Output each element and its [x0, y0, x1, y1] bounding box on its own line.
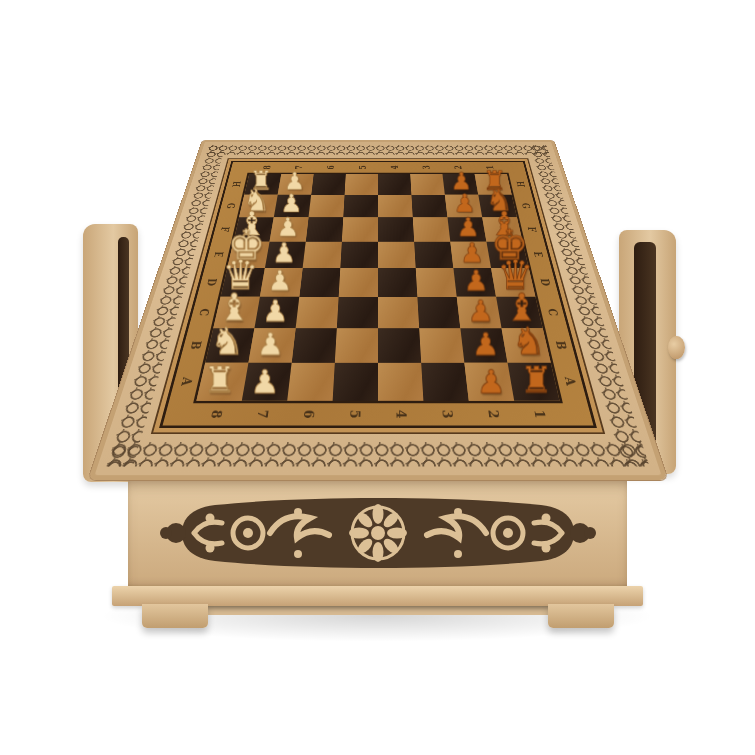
square-d2[interactable]: ♟: [453, 268, 496, 297]
square-c3[interactable]: [417, 297, 460, 328]
square-d3[interactable]: [416, 268, 457, 297]
square-a8[interactable]: ♜: [196, 363, 248, 401]
square-a4[interactable]: [378, 363, 423, 401]
chess-board: 87654321 87654321 ABCDEFGH ABCDEFGH ♜♟♟♜…: [159, 161, 597, 428]
square-e4[interactable]: [378, 242, 416, 268]
piece-black-pawn[interactable]: ♟: [267, 267, 292, 295]
square-d6[interactable]: [299, 268, 340, 297]
square-a7[interactable]: ♟: [242, 363, 292, 401]
piece-black-rook[interactable]: ♜: [203, 362, 235, 398]
square-b2[interactable]: ♟: [460, 328, 507, 362]
box-lid-top: 87654321 87654321 ABCDEFGH ABCDEFGH ♜♟♟♜…: [88, 140, 668, 480]
box-front-panel: [128, 478, 627, 588]
piece-white-pawn[interactable]: ♟: [467, 297, 494, 327]
square-c6[interactable]: [296, 297, 339, 328]
square-a2[interactable]: ♟: [464, 363, 514, 401]
square-g6[interactable]: [309, 195, 345, 218]
base-molding: [112, 586, 643, 606]
square-g5[interactable]: [343, 195, 378, 218]
piece-black-pawn[interactable]: ♟: [250, 366, 279, 399]
square-b3[interactable]: [419, 328, 464, 362]
scale-carving-border-front: [106, 442, 649, 467]
piece-white-pawn[interactable]: ♟: [463, 267, 488, 295]
square-h4[interactable]: [378, 174, 411, 195]
square-b1[interactable]: ♞: [502, 328, 551, 362]
square-d4[interactable]: [378, 268, 417, 297]
square-f5[interactable]: [342, 217, 378, 241]
square-h3[interactable]: [410, 174, 445, 195]
square-h6[interactable]: [311, 174, 346, 195]
square-e6[interactable]: [303, 242, 342, 268]
piece-black-pawn[interactable]: ♟: [256, 330, 284, 361]
square-c2[interactable]: ♟: [457, 297, 502, 328]
square-a6[interactable]: [287, 363, 335, 401]
square-h5[interactable]: [345, 174, 378, 195]
square-d7[interactable]: ♟: [260, 268, 303, 297]
square-a5[interactable]: [333, 363, 378, 401]
chess-board-grid: ♜♟♟♜♞♟♟♞♝♟♟♝♚♟♟♚♛♟♟♛♝♟♟♝♞♟♟♞♜♟♟♜: [193, 173, 563, 403]
carved-floral-panel: [152, 494, 604, 572]
piece-white-pawn[interactable]: ♟: [477, 366, 506, 399]
piece-black-pawn[interactable]: ♟: [272, 239, 296, 266]
square-f3[interactable]: [413, 217, 451, 241]
piece-white-rook[interactable]: ♜: [520, 362, 552, 398]
square-g4[interactable]: [378, 195, 413, 218]
square-b5[interactable]: [335, 328, 378, 362]
square-a3[interactable]: [421, 363, 469, 401]
square-b7[interactable]: ♟: [248, 328, 295, 362]
rank-labels-front: 87654321: [191, 404, 565, 425]
scale-carving-border-top: [206, 145, 549, 155]
square-b4[interactable]: [378, 328, 421, 362]
piece-black-knight[interactable]: ♞: [210, 323, 244, 361]
square-f6[interactable]: [306, 217, 344, 241]
square-a1[interactable]: ♜: [508, 363, 560, 401]
left-foot: [142, 604, 208, 628]
piece-white-pawn[interactable]: ♟: [460, 239, 484, 266]
piece-white-knight[interactable]: ♞: [512, 323, 546, 361]
square-c7[interactable]: ♟: [254, 297, 299, 328]
square-e5[interactable]: [340, 242, 378, 268]
drawer-knob[interactable]: [668, 336, 685, 359]
square-e3[interactable]: [414, 242, 453, 268]
right-foot: [548, 604, 614, 628]
square-d5[interactable]: [339, 268, 378, 297]
piece-black-pawn[interactable]: ♟: [262, 297, 289, 327]
square-c4[interactable]: [378, 297, 419, 328]
square-f4[interactable]: [378, 217, 414, 241]
square-b8[interactable]: ♞: [205, 328, 254, 362]
square-b6[interactable]: [292, 328, 337, 362]
product-photo-stage: 87654321 87654321 ABCDEFGH ABCDEFGH ♜♟♟♜…: [0, 0, 755, 755]
board-perspective-wrap: 87654321 87654321 ABCDEFGH ABCDEFGH ♜♟♟♜…: [88, 0, 668, 480]
square-c5[interactable]: [337, 297, 378, 328]
piece-white-pawn[interactable]: ♟: [472, 330, 500, 361]
square-g3[interactable]: [411, 195, 447, 218]
